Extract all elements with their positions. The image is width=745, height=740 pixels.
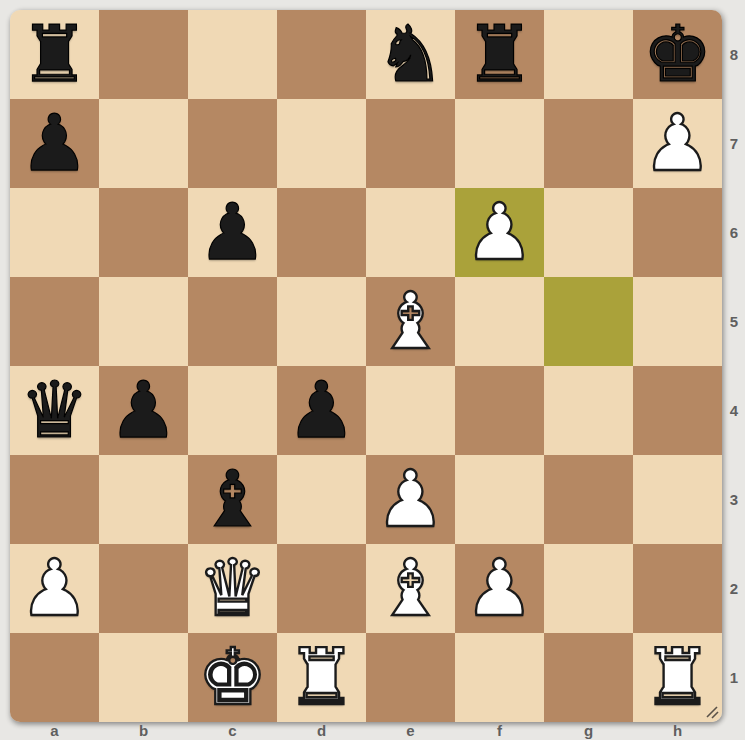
board-squares: ♜♞♜♚♟♟♟♟♝♛♟♟♝♟♟♛♝♟♚♜♜	[10, 10, 722, 722]
black-pawn[interactable]: ♟	[109, 366, 179, 455]
white-pawn[interactable]: ♟	[465, 544, 535, 633]
square-h4[interactable]	[633, 366, 722, 455]
square-c8[interactable]	[188, 10, 277, 99]
square-d8[interactable]	[277, 10, 366, 99]
square-h2[interactable]	[633, 544, 722, 633]
black-knight[interactable]: ♞	[376, 10, 446, 99]
chess-board: ♜♞♜♚♟♟♟♟♝♛♟♟♝♟♟♛♝♟♚♜♜	[10, 10, 722, 722]
square-h6[interactable]	[633, 188, 722, 277]
black-rook[interactable]: ♜	[20, 10, 90, 99]
square-c7[interactable]	[188, 99, 277, 188]
square-e3[interactable]: ♟	[366, 455, 455, 544]
rank-label-5: 5	[724, 277, 744, 366]
square-d1[interactable]: ♜	[277, 633, 366, 722]
square-g2[interactable]	[544, 544, 633, 633]
square-g3[interactable]	[544, 455, 633, 544]
resize-grip-icon[interactable]	[702, 702, 720, 720]
white-queen[interactable]: ♛	[198, 544, 268, 633]
rank-label-2: 2	[724, 544, 744, 633]
square-a5[interactable]	[10, 277, 99, 366]
square-f4[interactable]	[455, 366, 544, 455]
square-g1[interactable]	[544, 633, 633, 722]
white-pawn[interactable]: ♟	[643, 99, 713, 188]
square-a2[interactable]: ♟	[10, 544, 99, 633]
white-pawn[interactable]: ♟	[465, 188, 535, 277]
square-h3[interactable]	[633, 455, 722, 544]
square-e8[interactable]: ♞	[366, 10, 455, 99]
square-g8[interactable]	[544, 10, 633, 99]
square-b5[interactable]	[99, 277, 188, 366]
square-a6[interactable]	[10, 188, 99, 277]
square-h8[interactable]: ♚	[633, 10, 722, 99]
square-c3[interactable]: ♝	[188, 455, 277, 544]
rank-label-7: 7	[724, 99, 744, 188]
square-e6[interactable]	[366, 188, 455, 277]
white-rook[interactable]: ♜	[287, 633, 357, 722]
square-b7[interactable]	[99, 99, 188, 188]
black-rook[interactable]: ♜	[465, 10, 535, 99]
square-c2[interactable]: ♛	[188, 544, 277, 633]
square-b1[interactable]	[99, 633, 188, 722]
square-d6[interactable]	[277, 188, 366, 277]
square-h5[interactable]	[633, 277, 722, 366]
square-b6[interactable]	[99, 188, 188, 277]
file-label-b: b	[99, 722, 188, 740]
file-label-f: f	[455, 722, 544, 740]
square-b8[interactable]	[99, 10, 188, 99]
square-d7[interactable]	[277, 99, 366, 188]
rank-label-3: 3	[724, 455, 744, 544]
square-a1[interactable]	[10, 633, 99, 722]
white-pawn[interactable]: ♟	[376, 455, 446, 544]
black-pawn[interactable]: ♟	[287, 366, 357, 455]
file-label-d: d	[277, 722, 366, 740]
white-king[interactable]: ♚	[198, 633, 268, 722]
square-f7[interactable]	[455, 99, 544, 188]
rank-label-1: 1	[724, 633, 744, 722]
square-c1[interactable]: ♚	[188, 633, 277, 722]
square-a8[interactable]: ♜	[10, 10, 99, 99]
square-a7[interactable]: ♟	[10, 99, 99, 188]
square-e1[interactable]	[366, 633, 455, 722]
square-g4[interactable]	[544, 366, 633, 455]
file-label-c: c	[188, 722, 277, 740]
square-c5[interactable]	[188, 277, 277, 366]
square-b4[interactable]: ♟	[99, 366, 188, 455]
square-a4[interactable]: ♛	[10, 366, 99, 455]
square-e7[interactable]	[366, 99, 455, 188]
square-a3[interactable]	[10, 455, 99, 544]
file-label-h: h	[633, 722, 722, 740]
square-b2[interactable]	[99, 544, 188, 633]
square-e5[interactable]: ♝	[366, 277, 455, 366]
rank-label-4: 4	[724, 366, 744, 455]
black-pawn[interactable]: ♟	[20, 99, 90, 188]
square-g5[interactable]	[544, 277, 633, 366]
black-queen[interactable]: ♛	[20, 366, 90, 455]
square-h7[interactable]: ♟	[633, 99, 722, 188]
square-e4[interactable]	[366, 366, 455, 455]
black-bishop[interactable]: ♝	[198, 455, 268, 544]
square-f1[interactable]	[455, 633, 544, 722]
file-coordinates: abcdefgh	[10, 722, 722, 740]
square-c4[interactable]	[188, 366, 277, 455]
square-f3[interactable]	[455, 455, 544, 544]
white-bishop[interactable]: ♝	[376, 277, 446, 366]
square-b3[interactable]	[99, 455, 188, 544]
square-g6[interactable]	[544, 188, 633, 277]
square-c6[interactable]: ♟	[188, 188, 277, 277]
square-f6[interactable]: ♟	[455, 188, 544, 277]
black-pawn[interactable]: ♟	[198, 188, 268, 277]
rank-label-8: 8	[724, 10, 744, 99]
square-d5[interactable]	[277, 277, 366, 366]
file-label-a: a	[10, 722, 99, 740]
square-f2[interactable]: ♟	[455, 544, 544, 633]
white-bishop[interactable]: ♝	[376, 544, 446, 633]
square-d4[interactable]: ♟	[277, 366, 366, 455]
square-g7[interactable]	[544, 99, 633, 188]
black-king[interactable]: ♚	[643, 10, 713, 99]
file-label-g: g	[544, 722, 633, 740]
square-f5[interactable]	[455, 277, 544, 366]
square-f8[interactable]: ♜	[455, 10, 544, 99]
square-d2[interactable]	[277, 544, 366, 633]
rank-label-6: 6	[724, 188, 744, 277]
square-e2[interactable]: ♝	[366, 544, 455, 633]
rank-coordinates: 87654321	[724, 10, 744, 722]
square-d3[interactable]	[277, 455, 366, 544]
white-pawn[interactable]: ♟	[20, 544, 90, 633]
file-label-e: e	[366, 722, 455, 740]
